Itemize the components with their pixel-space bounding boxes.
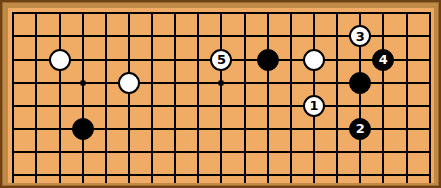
grid-vertical-line xyxy=(220,12,222,183)
grid-vertical-line xyxy=(382,12,384,183)
grid-vertical-line xyxy=(12,12,14,183)
grid-vertical-line xyxy=(82,12,84,183)
star-point xyxy=(219,80,224,85)
stone-white xyxy=(49,49,71,71)
grid-vertical-line xyxy=(35,12,37,183)
grid-vertical-line xyxy=(336,12,338,183)
grid-vertical-line xyxy=(267,12,269,183)
grid-horizontal-line xyxy=(12,105,430,107)
stone-white xyxy=(118,72,140,94)
stone-black-move-4: 4 xyxy=(372,49,394,71)
grid-vertical-line xyxy=(290,12,292,183)
stone-black xyxy=(349,72,371,94)
grid-vertical-line xyxy=(151,12,153,183)
grid-horizontal-line xyxy=(12,12,430,14)
grid-vertical-line xyxy=(128,12,130,183)
grid-vertical-line xyxy=(406,12,408,183)
stone-white-move-5: 5 xyxy=(210,49,232,71)
move-number: 4 xyxy=(379,53,388,66)
move-number: 2 xyxy=(356,122,365,135)
grid-vertical-line xyxy=(197,12,199,183)
stone-black-move-2: 2 xyxy=(349,118,371,140)
star-point xyxy=(80,80,85,85)
move-number: 3 xyxy=(356,30,365,43)
grid-vertical-line xyxy=(59,12,61,183)
stone-white-move-3: 3 xyxy=(349,25,371,47)
stone-black xyxy=(257,49,279,71)
grid-vertical-line xyxy=(429,12,431,183)
grid-vertical-line xyxy=(105,12,107,183)
go-diagram: 53412 xyxy=(0,0,441,188)
stone-white xyxy=(303,49,325,71)
grid-horizontal-line xyxy=(12,151,430,153)
move-number: 5 xyxy=(217,53,226,66)
grid-vertical-line xyxy=(174,12,176,183)
stone-black xyxy=(72,118,94,140)
grid-vertical-line xyxy=(244,12,246,183)
go-board: 53412 xyxy=(8,8,434,183)
grid-horizontal-line xyxy=(12,174,430,176)
move-number: 1 xyxy=(309,99,318,112)
stone-white-move-1: 1 xyxy=(303,95,325,117)
